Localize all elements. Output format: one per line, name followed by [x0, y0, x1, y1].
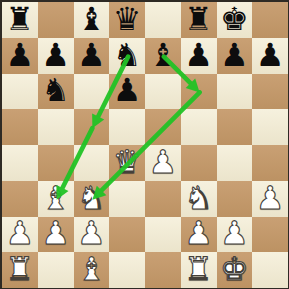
square-c1[interactable]: ♝ [74, 252, 110, 288]
square-g7[interactable]: ♟ [217, 38, 253, 74]
square-f4[interactable] [181, 145, 217, 181]
square-b2[interactable]: ♟ [38, 217, 74, 253]
piece-white-pawn-g2[interactable]: ♟ [220, 217, 249, 249]
square-h5[interactable] [252, 109, 288, 145]
piece-black-pawn-h7[interactable]: ♟ [256, 39, 285, 71]
piece-white-pawn-h3[interactable]: ♟ [256, 182, 285, 214]
square-b4[interactable] [38, 145, 74, 181]
piece-black-bishop-c8[interactable]: ♝ [77, 3, 106, 35]
square-a6[interactable] [2, 74, 38, 110]
square-g3[interactable] [217, 181, 253, 217]
piece-black-rook-a8[interactable]: ♜ [6, 3, 35, 35]
piece-white-pawn-e4[interactable]: ♟ [149, 146, 178, 178]
square-h8[interactable] [252, 2, 288, 38]
piece-white-pawn-b2[interactable]: ♟ [41, 217, 70, 249]
square-c3[interactable]: ♞ [74, 181, 110, 217]
square-c4[interactable] [74, 145, 110, 181]
square-g1[interactable]: ♚ [217, 252, 253, 288]
piece-white-bishop-b3[interactable]: ♝ [41, 182, 70, 214]
square-f7[interactable]: ♟ [181, 38, 217, 74]
square-e8[interactable] [145, 2, 181, 38]
square-a2[interactable]: ♟ [2, 217, 38, 253]
square-d4[interactable]: ♛ [109, 145, 145, 181]
square-e6[interactable] [145, 74, 181, 110]
square-c2[interactable]: ♟ [74, 217, 110, 253]
square-a1[interactable]: ♜ [2, 252, 38, 288]
square-a7[interactable]: ♟ [2, 38, 38, 74]
piece-white-pawn-c2[interactable]: ♟ [77, 217, 106, 249]
square-e1[interactable] [145, 252, 181, 288]
piece-black-pawn-a7[interactable]: ♟ [6, 39, 35, 71]
piece-white-pawn-f2[interactable]: ♟ [184, 217, 213, 249]
square-g2[interactable]: ♟ [217, 217, 253, 253]
piece-white-bishop-c1[interactable]: ♝ [77, 253, 106, 285]
square-g6[interactable] [217, 74, 253, 110]
square-c6[interactable] [74, 74, 110, 110]
square-b6[interactable]: ♞ [38, 74, 74, 110]
piece-white-rook-a1[interactable]: ♜ [6, 253, 35, 285]
square-c8[interactable]: ♝ [74, 2, 110, 38]
piece-black-queen-d8[interactable]: ♛ [113, 3, 142, 35]
chess-board: ♜♝♛♜♚♟♟♟♞♝♟♟♟♞♟♛♟♝♞♞♟♟♟♟♟♟♜♝♜♚ [0, 0, 289, 289]
piece-black-rook-f8[interactable]: ♜ [184, 3, 213, 35]
piece-black-knight-d7[interactable]: ♞ [113, 39, 142, 71]
square-e7[interactable]: ♝ [145, 38, 181, 74]
piece-white-rook-f1[interactable]: ♜ [184, 253, 213, 285]
square-c5[interactable] [74, 109, 110, 145]
square-g5[interactable] [217, 109, 253, 145]
square-g4[interactable] [217, 145, 253, 181]
square-d3[interactable] [109, 181, 145, 217]
square-a5[interactable] [2, 109, 38, 145]
piece-black-knight-b6[interactable]: ♞ [41, 74, 70, 106]
square-b7[interactable]: ♟ [38, 38, 74, 74]
piece-white-pawn-a2[interactable]: ♟ [6, 217, 35, 249]
square-h3[interactable]: ♟ [252, 181, 288, 217]
piece-black-pawn-d6[interactable]: ♟ [113, 74, 142, 106]
square-h2[interactable] [252, 217, 288, 253]
piece-white-knight-c3[interactable]: ♞ [77, 182, 106, 214]
piece-white-queen-d4[interactable]: ♛ [113, 146, 142, 178]
square-e5[interactable] [145, 109, 181, 145]
piece-white-knight-f3[interactable]: ♞ [184, 182, 213, 214]
square-d2[interactable] [109, 217, 145, 253]
square-e4[interactable]: ♟ [145, 145, 181, 181]
square-b5[interactable] [38, 109, 74, 145]
square-f2[interactable]: ♟ [181, 217, 217, 253]
square-f1[interactable]: ♜ [181, 252, 217, 288]
square-h4[interactable] [252, 145, 288, 181]
square-f5[interactable] [181, 109, 217, 145]
piece-black-pawn-b7[interactable]: ♟ [41, 39, 70, 71]
piece-white-king-g1[interactable]: ♚ [220, 253, 249, 285]
square-d7[interactable]: ♞ [109, 38, 145, 74]
square-a3[interactable] [2, 181, 38, 217]
piece-black-king-g8[interactable]: ♚ [220, 3, 249, 35]
square-b8[interactable] [38, 2, 74, 38]
square-e2[interactable] [145, 217, 181, 253]
square-a8[interactable]: ♜ [2, 2, 38, 38]
square-b1[interactable] [38, 252, 74, 288]
square-d6[interactable]: ♟ [109, 74, 145, 110]
square-f8[interactable]: ♜ [181, 2, 217, 38]
square-d5[interactable] [109, 109, 145, 145]
square-e3[interactable] [145, 181, 181, 217]
square-c7[interactable]: ♟ [74, 38, 110, 74]
square-d8[interactable]: ♛ [109, 2, 145, 38]
square-g8[interactable]: ♚ [217, 2, 253, 38]
square-a4[interactable] [2, 145, 38, 181]
piece-black-pawn-f7[interactable]: ♟ [184, 39, 213, 71]
board-squares: ♜♝♛♜♚♟♟♟♞♝♟♟♟♞♟♛♟♝♞♞♟♟♟♟♟♟♜♝♜♚ [2, 2, 288, 288]
square-h7[interactable]: ♟ [252, 38, 288, 74]
square-h1[interactable] [252, 252, 288, 288]
square-h6[interactable] [252, 74, 288, 110]
piece-black-pawn-g7[interactable]: ♟ [220, 39, 249, 71]
square-b3[interactable]: ♝ [38, 181, 74, 217]
square-f6[interactable] [181, 74, 217, 110]
piece-black-bishop-e7[interactable]: ♝ [149, 39, 178, 71]
square-f3[interactable]: ♞ [181, 181, 217, 217]
square-d1[interactable] [109, 252, 145, 288]
piece-black-pawn-c7[interactable]: ♟ [77, 39, 106, 71]
